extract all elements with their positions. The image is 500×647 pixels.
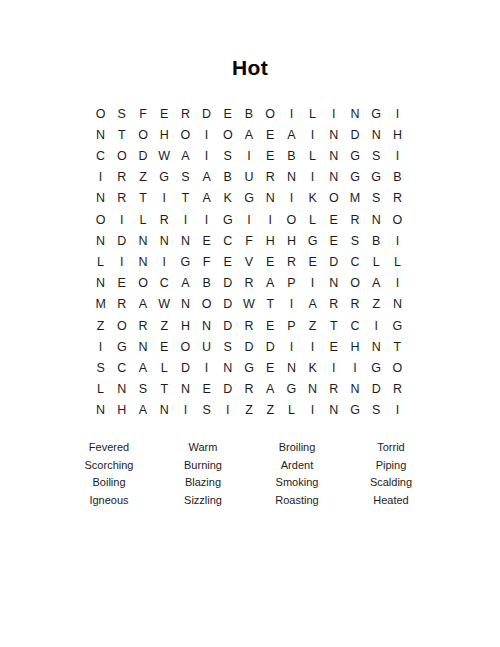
grid-cell-r12c5: O xyxy=(175,336,196,357)
grid-cell-r1c4: E xyxy=(154,103,175,124)
grid-cell-r10c1: M xyxy=(90,294,111,315)
grid-cell-r5c12: O xyxy=(323,188,344,209)
grid-cell-r10c11: A xyxy=(302,294,323,315)
grid-cell-r9c7: D xyxy=(217,273,238,294)
grid-cell-r15c2: H xyxy=(111,400,132,421)
grid-cell-r14c12: R xyxy=(323,379,344,400)
grid-cell-r4c8: U xyxy=(238,167,259,188)
grid-cell-r7c14: B xyxy=(366,230,387,251)
grid-cell-r11c6: N xyxy=(196,315,217,336)
grid-cell-r5c4: I xyxy=(154,188,175,209)
grid-cell-r3c11: L xyxy=(302,145,323,166)
grid-cell-r7c2: D xyxy=(111,230,132,251)
grid-cell-r9c1: N xyxy=(90,273,111,294)
grid-cell-r12c8: D xyxy=(238,336,259,357)
grid-cell-r6c5: I xyxy=(175,209,196,230)
grid-cell-r11c11: Z xyxy=(302,315,323,336)
grid-cell-r12c12: E xyxy=(323,336,344,357)
grid-cell-r13c2: C xyxy=(111,357,132,378)
grid-cell-r14c4: T xyxy=(154,379,175,400)
grid-cell-r10c14: Z xyxy=(366,294,387,315)
word-list: FeveredWarmBroilingTorridScorchingBurnin… xyxy=(62,439,438,509)
grid-cell-r11c14: I xyxy=(366,315,387,336)
grid-cell-r3c4: W xyxy=(154,145,175,166)
grid-cell-r12c14: N xyxy=(366,336,387,357)
grid-cell-r1c9: O xyxy=(260,103,281,124)
grid-cell-r7c13: S xyxy=(344,230,365,251)
grid-cell-r11c2: O xyxy=(111,315,132,336)
grid-cell-r9c3: O xyxy=(132,273,153,294)
grid-cell-r14c3: S xyxy=(132,379,153,400)
grid-cell-r15c15: I xyxy=(387,400,408,421)
grid-cell-r9c12: N xyxy=(323,273,344,294)
grid-cell-r13c13: I xyxy=(344,357,365,378)
grid-cell-r6c14: N xyxy=(366,209,387,230)
grid-cell-r15c11: I xyxy=(302,400,323,421)
word-item-broiling: Broiling xyxy=(250,439,344,457)
grid-cell-r2c8: A xyxy=(238,124,259,145)
grid-cell-r14c7: D xyxy=(217,379,238,400)
word-item-ardent: Ardent xyxy=(250,457,344,475)
word-item-torrid: Torrid xyxy=(344,439,438,457)
grid-cell-r7c7: C xyxy=(217,230,238,251)
word-item-warm: Warm xyxy=(156,439,250,457)
grid-cell-r10c15: N xyxy=(387,294,408,315)
grid-cell-r3c3: D xyxy=(132,145,153,166)
grid-cell-r5c11: K xyxy=(302,188,323,209)
grid-cell-r2c11: I xyxy=(302,124,323,145)
grid-cell-r13c15: O xyxy=(387,357,408,378)
grid-cell-r6c3: L xyxy=(132,209,153,230)
grid-cell-r12c1: I xyxy=(90,336,111,357)
grid-cell-r4c13: G xyxy=(344,167,365,188)
grid-cell-r14c10: G xyxy=(281,379,302,400)
word-item-igneous: Igneous xyxy=(62,492,156,510)
grid-cell-r15c8: Z xyxy=(238,400,259,421)
grid-cell-r3c5: A xyxy=(175,145,196,166)
grid-cell-r7c5: N xyxy=(175,230,196,251)
grid-cell-r3c15: I xyxy=(387,145,408,166)
grid-cell-r13c11: K xyxy=(302,357,323,378)
grid-cell-r3c12: N xyxy=(323,145,344,166)
grid-cell-r4c6: A xyxy=(196,167,217,188)
grid-cell-r13c10: N xyxy=(281,357,302,378)
grid-cell-r13c4: L xyxy=(154,357,175,378)
grid-cell-r4c5: S xyxy=(175,167,196,188)
grid-cell-r1c11: L xyxy=(302,103,323,124)
word-item-boiling: Boiling xyxy=(62,474,156,492)
grid-cell-r9c4: C xyxy=(154,273,175,294)
grid-cell-r3c1: C xyxy=(90,145,111,166)
grid-cell-r8c8: V xyxy=(238,251,259,272)
grid-cell-r3c13: G xyxy=(344,145,365,166)
grid-cell-r3c7: S xyxy=(217,145,238,166)
grid-cell-r11c5: H xyxy=(175,315,196,336)
grid-cell-r5c13: M xyxy=(344,188,365,209)
grid-cell-r7c15: I xyxy=(387,230,408,251)
grid-cell-r15c7: I xyxy=(217,400,238,421)
grid-cell-r15c13: G xyxy=(344,400,365,421)
grid-cell-r13c8: G xyxy=(238,357,259,378)
grid-cell-r5c8: G xyxy=(238,188,259,209)
grid-cell-r1c15: I xyxy=(387,103,408,124)
word-item-piping: Piping xyxy=(344,457,438,475)
grid-cell-r9c13: O xyxy=(344,273,365,294)
grid-cell-r5c15: R xyxy=(387,188,408,209)
grid-cell-r1c1: O xyxy=(90,103,111,124)
grid-cell-r1c6: D xyxy=(196,103,217,124)
grid-cell-r3c10: B xyxy=(281,145,302,166)
grid-cell-r4c7: B xyxy=(217,167,238,188)
grid-cell-r9c9: A xyxy=(260,273,281,294)
grid-cell-r6c7: G xyxy=(217,209,238,230)
grid-cell-r13c6: I xyxy=(196,357,217,378)
grid-cell-r11c7: D xyxy=(217,315,238,336)
grid-cell-r7c11: G xyxy=(302,230,323,251)
grid-cell-r5c1: N xyxy=(90,188,111,209)
grid-cell-r12c4: E xyxy=(154,336,175,357)
grid-cell-r6c6: I xyxy=(196,209,217,230)
grid-cell-r12c3: N xyxy=(132,336,153,357)
grid-cell-r2c15: H xyxy=(387,124,408,145)
grid-cell-r4c14: G xyxy=(366,167,387,188)
grid-cell-r11c12: T xyxy=(323,315,344,336)
grid-cell-r1c13: N xyxy=(344,103,365,124)
grid-cell-r3c14: S xyxy=(366,145,387,166)
grid-cell-r15c6: S xyxy=(196,400,217,421)
grid-cell-r9c8: R xyxy=(238,273,259,294)
grid-cell-r11c10: P xyxy=(281,315,302,336)
grid-cell-r1c12: I xyxy=(323,103,344,124)
grid-cell-r12c15: T xyxy=(387,336,408,357)
grid-cell-r7c3: N xyxy=(132,230,153,251)
grid-cell-r6c9: I xyxy=(260,209,281,230)
grid-cell-r9c6: B xyxy=(196,273,217,294)
grid-cell-r4c15: B xyxy=(387,167,408,188)
grid-cell-r10c12: R xyxy=(323,294,344,315)
grid-cell-r5c10: I xyxy=(281,188,302,209)
word-search-page: Hot OSFERDEBOILINGINTOHOIOAEAINDNHCODWAI… xyxy=(0,0,500,647)
grid-cell-r11c9: E xyxy=(260,315,281,336)
grid-cell-r2c3: O xyxy=(132,124,153,145)
grid-cell-r14c13: N xyxy=(344,379,365,400)
grid-cell-r8c5: G xyxy=(175,251,196,272)
grid-cell-r2c14: N xyxy=(366,124,387,145)
grid-cell-r6c13: R xyxy=(344,209,365,230)
grid-cell-r8c1: L xyxy=(90,251,111,272)
grid-cell-r1c2: S xyxy=(111,103,132,124)
grid-cell-r15c1: N xyxy=(90,400,111,421)
grid-cell-r14c9: A xyxy=(260,379,281,400)
grid-cell-r1c14: G xyxy=(366,103,387,124)
grid-cell-r12c9: D xyxy=(260,336,281,357)
grid-cell-r14c15: R xyxy=(387,379,408,400)
grid-cell-r15c4: N xyxy=(154,400,175,421)
grid-cell-r11c15: G xyxy=(387,315,408,336)
grid-cell-r15c5: I xyxy=(175,400,196,421)
grid-cell-r5c6: A xyxy=(196,188,217,209)
grid-cell-r2c1: N xyxy=(90,124,111,145)
grid-cell-r8c15: L xyxy=(387,251,408,272)
grid-cell-r3c9: E xyxy=(260,145,281,166)
grid-cell-r8c6: F xyxy=(196,251,217,272)
grid-cell-r2c2: T xyxy=(111,124,132,145)
grid-cell-r6c1: O xyxy=(90,209,111,230)
grid-cell-r9c10: P xyxy=(281,273,302,294)
grid-cell-r5c2: R xyxy=(111,188,132,209)
grid-cell-r8c10: R xyxy=(281,251,302,272)
grid-cell-r5c14: S xyxy=(366,188,387,209)
grid-cell-r8c14: L xyxy=(366,251,387,272)
grid-cell-r14c8: R xyxy=(238,379,259,400)
grid-cell-r9c5: A xyxy=(175,273,196,294)
grid-cell-r15c3: A xyxy=(132,400,153,421)
grid-cell-r12c13: H xyxy=(344,336,365,357)
grid-cell-r8c9: E xyxy=(260,251,281,272)
grid-cell-r13c12: I xyxy=(323,357,344,378)
grid-cell-r15c14: S xyxy=(366,400,387,421)
grid-cell-r10c10: I xyxy=(281,294,302,315)
grid-cell-r2c7: O xyxy=(217,124,238,145)
grid-cell-r5c9: N xyxy=(260,188,281,209)
word-item-blazing: Blazing xyxy=(156,474,250,492)
grid-cell-r12c11: I xyxy=(302,336,323,357)
grid-cell-r6c15: O xyxy=(387,209,408,230)
grid-cell-r8c2: I xyxy=(111,251,132,272)
grid-cell-r9c15: I xyxy=(387,273,408,294)
word-item-scorching: Scorching xyxy=(62,457,156,475)
grid-cell-r11c8: R xyxy=(238,315,259,336)
grid-cell-r9c11: I xyxy=(302,273,323,294)
grid-cell-r14c2: N xyxy=(111,379,132,400)
grid-cell-r10c13: R xyxy=(344,294,365,315)
grid-cell-r14c11: N xyxy=(302,379,323,400)
grid-cell-r2c6: I xyxy=(196,124,217,145)
grid-cell-r8c7: E xyxy=(217,251,238,272)
grid-cell-r13c7: N xyxy=(217,357,238,378)
grid-cell-r12c7: S xyxy=(217,336,238,357)
grid-cell-r4c9: R xyxy=(260,167,281,188)
grid-cell-r9c2: E xyxy=(111,273,132,294)
grid-cell-r15c9: Z xyxy=(260,400,281,421)
grid-cell-r10c8: W xyxy=(238,294,259,315)
grid-cell-r8c11: E xyxy=(302,251,323,272)
grid-cell-r6c12: E xyxy=(323,209,344,230)
letter-grid: OSFERDEBOILINGINTOHOIOAEAINDNHCODWAISIEB… xyxy=(90,103,408,421)
grid-cell-r13c14: G xyxy=(366,357,387,378)
word-item-sizzling: Sizzling xyxy=(156,492,250,510)
grid-cell-r1c5: R xyxy=(175,103,196,124)
grid-cell-r10c9: T xyxy=(260,294,281,315)
word-item-fevered: Fevered xyxy=(62,439,156,457)
grid-cell-r5c5: T xyxy=(175,188,196,209)
grid-cell-r4c12: N xyxy=(323,167,344,188)
grid-cell-r15c10: L xyxy=(281,400,302,421)
grid-cell-r2c12: N xyxy=(323,124,344,145)
grid-cell-r2c10: A xyxy=(281,124,302,145)
grid-cell-r12c6: U xyxy=(196,336,217,357)
grid-cell-r14c5: N xyxy=(175,379,196,400)
puzzle-title: Hot xyxy=(0,56,500,80)
grid-cell-r6c8: I xyxy=(238,209,259,230)
grid-cell-r13c3: A xyxy=(132,357,153,378)
grid-cell-r11c3: R xyxy=(132,315,153,336)
grid-cell-r10c6: O xyxy=(196,294,217,315)
grid-cell-r2c13: D xyxy=(344,124,365,145)
grid-cell-r7c4: N xyxy=(154,230,175,251)
grid-cell-r4c2: R xyxy=(111,167,132,188)
grid-cell-r4c11: I xyxy=(302,167,323,188)
grid-cell-r10c4: W xyxy=(154,294,175,315)
grid-cell-r2c5: O xyxy=(175,124,196,145)
grid-cell-r4c10: N xyxy=(281,167,302,188)
grid-cell-r1c3: F xyxy=(132,103,153,124)
grid-cell-r10c3: A xyxy=(132,294,153,315)
grid-cell-r1c8: B xyxy=(238,103,259,124)
grid-cell-r1c10: I xyxy=(281,103,302,124)
grid-cell-r14c6: E xyxy=(196,379,217,400)
grid-cell-r2c9: E xyxy=(260,124,281,145)
grid-cell-r13c1: S xyxy=(90,357,111,378)
grid-cell-r13c5: D xyxy=(175,357,196,378)
grid-cell-r11c13: C xyxy=(344,315,365,336)
grid-cell-r10c5: N xyxy=(175,294,196,315)
grid-cell-r3c6: I xyxy=(196,145,217,166)
grid-cell-r15c12: N xyxy=(323,400,344,421)
grid-cell-r7c1: N xyxy=(90,230,111,251)
grid-cell-r6c10: O xyxy=(281,209,302,230)
grid-cell-r8c3: N xyxy=(132,251,153,272)
grid-cell-r9c14: A xyxy=(366,273,387,294)
grid-cell-r8c12: D xyxy=(323,251,344,272)
grid-cell-r10c2: R xyxy=(111,294,132,315)
grid-cell-r11c1: Z xyxy=(90,315,111,336)
grid-cell-r12c10: I xyxy=(281,336,302,357)
grid-cell-r12c2: G xyxy=(111,336,132,357)
grid-cell-r4c4: G xyxy=(154,167,175,188)
grid-cell-r11c4: Z xyxy=(154,315,175,336)
grid-cell-r8c4: I xyxy=(154,251,175,272)
grid-cell-r14c1: L xyxy=(90,379,111,400)
grid-cell-r7c10: H xyxy=(281,230,302,251)
grid-cell-r13c9: E xyxy=(260,357,281,378)
grid-cell-r3c8: I xyxy=(238,145,259,166)
grid-cell-r8c13: C xyxy=(344,251,365,272)
grid-cell-r3c2: O xyxy=(111,145,132,166)
grid-cell-r7c8: F xyxy=(238,230,259,251)
word-item-burning: Burning xyxy=(156,457,250,475)
grid-cell-r6c4: R xyxy=(154,209,175,230)
grid-cell-r4c3: Z xyxy=(132,167,153,188)
word-item-smoking: Smoking xyxy=(250,474,344,492)
grid-cell-r14c14: D xyxy=(366,379,387,400)
grid-cell-r2c4: H xyxy=(154,124,175,145)
grid-cell-r7c12: E xyxy=(323,230,344,251)
grid-cell-r10c7: D xyxy=(217,294,238,315)
word-item-roasting: Roasting xyxy=(250,492,344,510)
grid-cell-r1c7: E xyxy=(217,103,238,124)
grid-cell-r7c6: E xyxy=(196,230,217,251)
grid-cell-r5c7: K xyxy=(217,188,238,209)
word-item-heated: Heated xyxy=(344,492,438,510)
grid-cell-r6c2: I xyxy=(111,209,132,230)
word-item-scalding: Scalding xyxy=(344,474,438,492)
grid-cell-r5c3: T xyxy=(132,188,153,209)
grid-cell-r6c11: L xyxy=(302,209,323,230)
grid-cell-r4c1: I xyxy=(90,167,111,188)
grid-cell-r7c9: H xyxy=(260,230,281,251)
